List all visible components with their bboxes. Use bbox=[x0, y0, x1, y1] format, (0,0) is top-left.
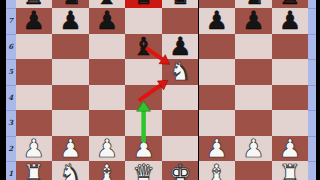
chess-board[interactable]: ♜♞♝♛♚♞♜♟♟♟♟♟♟♝♟♞♟♟♟♟♟♟♟♜♞♝♛♚♝♜ bbox=[16, 0, 309, 180]
square-e4[interactable] bbox=[162, 85, 199, 111]
rank-tick bbox=[6, 136, 16, 137]
piece-white-rook-a1[interactable]: ♜ bbox=[23, 161, 45, 180]
square-e3[interactable] bbox=[162, 110, 199, 136]
square-f2[interactable]: ♟ bbox=[199, 136, 236, 162]
square-g2[interactable]: ♟ bbox=[235, 136, 272, 162]
rank-tick bbox=[6, 110, 16, 111]
square-e1[interactable]: ♚ bbox=[162, 161, 199, 180]
square-f6[interactable] bbox=[199, 34, 236, 60]
piece-white-king-e1[interactable]: ♚ bbox=[169, 161, 191, 180]
rank-label-4: 4 bbox=[6, 94, 16, 101]
square-f4[interactable] bbox=[199, 85, 236, 111]
piece-white-rook-h1[interactable]: ♜ bbox=[279, 161, 301, 180]
square-g4[interactable] bbox=[235, 85, 272, 111]
rank-tick bbox=[308, 136, 316, 137]
piece-white-bishop-c1[interactable]: ♝ bbox=[96, 161, 118, 180]
square-b2[interactable]: ♟ bbox=[52, 136, 89, 162]
square-c6[interactable] bbox=[89, 34, 126, 60]
piece-white-pawn-h2[interactable]: ♟ bbox=[279, 136, 301, 162]
square-b1[interactable]: ♞ bbox=[52, 161, 89, 180]
square-d3[interactable] bbox=[125, 110, 162, 136]
piece-black-pawn-b7[interactable]: ♟ bbox=[59, 8, 81, 34]
rank-tick bbox=[308, 8, 316, 9]
square-g1[interactable] bbox=[235, 161, 272, 180]
piece-white-pawn-f2[interactable]: ♟ bbox=[206, 136, 228, 162]
square-b7[interactable]: ♟ bbox=[52, 8, 89, 34]
piece-white-pawn-a2[interactable]: ♟ bbox=[23, 136, 45, 162]
rank-tick bbox=[308, 110, 316, 111]
square-d7[interactable] bbox=[125, 8, 162, 34]
piece-white-pawn-g2[interactable]: ♟ bbox=[242, 136, 264, 162]
rank-tick bbox=[6, 161, 16, 162]
square-e2[interactable] bbox=[162, 136, 199, 162]
square-d1[interactable]: ♛ bbox=[125, 161, 162, 180]
piece-white-pawn-d2[interactable]: ♟ bbox=[132, 136, 154, 162]
square-g5[interactable] bbox=[235, 59, 272, 85]
letterbox-right bbox=[316, 0, 320, 180]
square-g3[interactable] bbox=[235, 110, 272, 136]
square-d8[interactable]: ♛ bbox=[125, 0, 162, 8]
piece-black-queen-d8[interactable]: ♛ bbox=[132, 0, 154, 8]
square-a7[interactable]: ♟ bbox=[16, 8, 53, 34]
piece-white-pawn-c2[interactable]: ♟ bbox=[96, 136, 118, 162]
rank-tick bbox=[308, 161, 316, 162]
square-h1[interactable]: ♜ bbox=[272, 161, 309, 180]
piece-black-pawn-e6[interactable]: ♟ bbox=[169, 34, 191, 60]
square-h5[interactable] bbox=[272, 59, 309, 85]
square-h2[interactable]: ♟ bbox=[272, 136, 309, 162]
square-f5[interactable] bbox=[199, 59, 236, 85]
square-c4[interactable] bbox=[89, 85, 126, 111]
rank-label-3: 3 bbox=[6, 119, 16, 126]
square-h7[interactable]: ♟ bbox=[272, 8, 309, 34]
rank-tick bbox=[6, 85, 16, 86]
piece-black-pawn-c7[interactable]: ♟ bbox=[96, 8, 118, 34]
rank-label-7: 7 bbox=[6, 17, 16, 24]
square-e8[interactable]: ♚ bbox=[162, 0, 199, 8]
square-d5[interactable] bbox=[125, 59, 162, 85]
square-b4[interactable] bbox=[52, 85, 89, 111]
square-a1[interactable]: ♜ bbox=[16, 161, 53, 180]
piece-black-pawn-h7[interactable]: ♟ bbox=[279, 8, 301, 34]
rank-tick bbox=[308, 59, 316, 60]
square-f1[interactable]: ♝ bbox=[199, 161, 236, 180]
square-a3[interactable] bbox=[16, 110, 53, 136]
rank-label-2: 2 bbox=[6, 145, 16, 152]
square-f3[interactable] bbox=[199, 110, 236, 136]
square-h6[interactable] bbox=[272, 34, 309, 60]
square-d4[interactable] bbox=[125, 85, 162, 111]
square-e6[interactable]: ♟ bbox=[162, 34, 199, 60]
square-h3[interactable] bbox=[272, 110, 309, 136]
square-e7[interactable] bbox=[162, 8, 199, 34]
square-a6[interactable] bbox=[16, 34, 53, 60]
square-b3[interactable] bbox=[52, 110, 89, 136]
square-h4[interactable] bbox=[272, 85, 309, 111]
piece-black-bishop-d6[interactable]: ♝ bbox=[132, 34, 154, 60]
rank-tick bbox=[6, 8, 16, 9]
square-g6[interactable] bbox=[235, 34, 272, 60]
square-a5[interactable] bbox=[16, 59, 53, 85]
square-a2[interactable]: ♟ bbox=[16, 136, 53, 162]
square-g7[interactable]: ♟ bbox=[235, 8, 272, 34]
piece-black-pawn-f7[interactable]: ♟ bbox=[206, 8, 228, 34]
piece-white-bishop-f1[interactable]: ♝ bbox=[206, 161, 228, 180]
square-c2[interactable]: ♟ bbox=[89, 136, 126, 162]
right-coordinate-strip bbox=[308, 0, 316, 180]
piece-black-pawn-a7[interactable]: ♟ bbox=[23, 8, 45, 34]
piece-white-pawn-b2[interactable]: ♟ bbox=[59, 136, 81, 162]
rank-tick bbox=[308, 85, 316, 86]
square-b6[interactable] bbox=[52, 34, 89, 60]
square-c5[interactable] bbox=[89, 59, 126, 85]
rank-tick bbox=[308, 34, 316, 35]
square-a4[interactable] bbox=[16, 85, 53, 111]
rank-label-1: 1 bbox=[6, 170, 16, 177]
rank-tick bbox=[6, 34, 16, 35]
square-e5[interactable]: ♞ bbox=[162, 59, 199, 85]
piece-white-queen-d1[interactable]: ♛ bbox=[132, 161, 154, 180]
piece-black-pawn-g7[interactable]: ♟ bbox=[242, 8, 264, 34]
square-c3[interactable] bbox=[89, 110, 126, 136]
square-d2[interactable]: ♟ bbox=[125, 136, 162, 162]
video-frame: 87654321 ♜♞♝♛♚♞♜♟♟♟♟♟♟♝♟♞♟♟♟♟♟♟♟♜♞♝♛♚♝♜ bbox=[0, 0, 320, 180]
square-b5[interactable] bbox=[52, 59, 89, 85]
piece-white-knight-b1[interactable]: ♞ bbox=[59, 161, 81, 180]
square-f7[interactable]: ♟ bbox=[199, 8, 236, 34]
rank-tick bbox=[6, 59, 16, 60]
piece-black-king-e8[interactable]: ♚ bbox=[169, 0, 191, 8]
rank-label-6: 6 bbox=[6, 43, 16, 50]
square-c1[interactable]: ♝ bbox=[89, 161, 126, 180]
rank-coordinate-strip: 87654321 bbox=[6, 0, 16, 180]
rank-label-5: 5 bbox=[6, 68, 16, 75]
piece-white-knight-e5[interactable]: ♞ bbox=[169, 59, 191, 85]
square-c7[interactable]: ♟ bbox=[89, 8, 126, 34]
square-d6[interactable]: ♝ bbox=[125, 34, 162, 60]
